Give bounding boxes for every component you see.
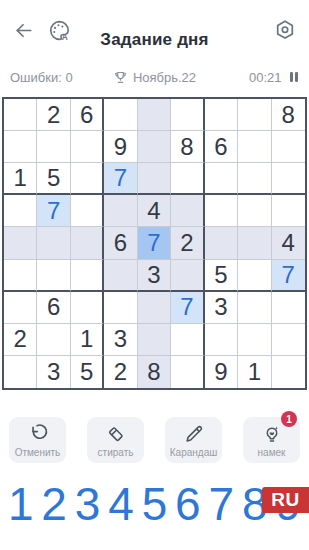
sudoku-cell-r5c7[interactable]: [205, 227, 238, 259]
ru-watermark: RU: [262, 487, 309, 513]
sudoku-cell-r9c8[interactable]: 1: [238, 356, 271, 388]
erase-button[interactable]: стирать: [87, 417, 144, 463]
eraser-icon: [105, 423, 127, 445]
sudoku-cell-r4c2[interactable]: 7: [37, 195, 70, 227]
sudoku-cell-r1c8[interactable]: [238, 99, 271, 131]
timer-value: 00:21: [249, 70, 282, 85]
undo-icon: [27, 423, 49, 445]
sudoku-cell-r9c1[interactable]: [4, 356, 37, 388]
sudoku-cell-r1c3[interactable]: 6: [71, 99, 104, 131]
sudoku-cell-r6c8[interactable]: [238, 260, 271, 292]
sudoku-cell-r6c2[interactable]: [37, 260, 70, 292]
sudoku-cell-r5c9[interactable]: 4: [272, 227, 305, 259]
sudoku-cell-r8c6[interactable]: [171, 324, 204, 356]
sudoku-cell-r8c8[interactable]: [238, 324, 271, 356]
hint-bulb-icon: [261, 423, 283, 445]
pencil-icon: [183, 423, 205, 445]
sudoku-cell-r1c5[interactable]: [138, 99, 171, 131]
sudoku-cell-r4c6[interactable]: [171, 195, 204, 227]
sudoku-cell-r1c1[interactable]: [4, 99, 37, 131]
sudoku-cell-r7c5[interactable]: [138, 292, 171, 324]
sudoku-cell-r4c8[interactable]: [238, 195, 271, 227]
sudoku-cell-r8c3[interactable]: 1: [71, 324, 104, 356]
sudoku-cell-r7c7[interactable]: 3: [205, 292, 238, 324]
pause-icon: [295, 72, 298, 82]
sudoku-cell-r2c3[interactable]: [71, 131, 104, 163]
sudoku-cell-r9c3[interactable]: 5: [71, 356, 104, 388]
sudoku-cell-r4c5[interactable]: 4: [138, 195, 171, 227]
sudoku-cell-r9c4[interactable]: 2: [104, 356, 137, 388]
sudoku-cell-r9c2[interactable]: 3: [37, 356, 70, 388]
sudoku-cell-r6c3[interactable]: [71, 260, 104, 292]
sudoku-cell-r1c7[interactable]: [205, 99, 238, 131]
sudoku-cell-r6c5[interactable]: 3: [138, 260, 171, 292]
sudoku-cell-r5c1[interactable]: [4, 227, 37, 259]
sudoku-cell-r4c9[interactable]: [272, 195, 305, 227]
sudoku-cell-r2c1[interactable]: [4, 131, 37, 163]
sudoku-cell-r3c3[interactable]: [71, 163, 104, 195]
settings-nut-icon: [273, 18, 297, 42]
sudoku-cell-r9c5[interactable]: 8: [138, 356, 171, 388]
sudoku-cell-r3c6[interactable]: [171, 163, 204, 195]
sudoku-cell-r4c1[interactable]: [4, 195, 37, 227]
numpad-digit-4[interactable]: 4: [104, 476, 137, 532]
numpad-digit-2[interactable]: 2: [37, 476, 70, 532]
timer-group: 00:21: [249, 70, 300, 85]
sudoku-cell-r2c9[interactable]: [272, 131, 305, 163]
sudoku-cell-r3c8[interactable]: [238, 163, 271, 195]
sudoku-cell-r1c4[interactable]: [104, 99, 137, 131]
sudoku-cell-r1c9[interactable]: 8: [272, 99, 305, 131]
sudoku-cell-r8c5[interactable]: [138, 324, 171, 356]
numpad-digit-1[interactable]: 1: [4, 476, 37, 532]
sudoku-cell-r1c2[interactable]: 2: [37, 99, 70, 131]
pause-button[interactable]: [288, 70, 301, 84]
hint-badge: 1: [281, 411, 297, 427]
sudoku-cell-r4c3[interactable]: [71, 195, 104, 227]
sudoku-cell-r7c1[interactable]: [4, 292, 37, 324]
toolbar: Отменить стирать Карандаш 1: [0, 417, 309, 463]
pause-icon: [290, 72, 293, 82]
pencil-button[interactable]: Карандаш: [165, 417, 222, 463]
sudoku-board: 268986157746724357673213352891: [2, 97, 307, 390]
sudoku-cell-r5c6[interactable]: 2: [171, 227, 204, 259]
sudoku-cell-r8c2[interactable]: [37, 324, 70, 356]
sudoku-cell-r3c9[interactable]: [272, 163, 305, 195]
sudoku-cell-r6c9[interactable]: 7: [272, 260, 305, 292]
sudoku-cell-r6c1[interactable]: [4, 260, 37, 292]
sudoku-cell-r4c7[interactable]: [205, 195, 238, 227]
sudoku-cell-r5c3[interactable]: [71, 227, 104, 259]
sudoku-cell-r9c9[interactable]: [272, 356, 305, 388]
sudoku-cell-r7c3[interactable]: [71, 292, 104, 324]
sudoku-cell-r7c9[interactable]: [272, 292, 305, 324]
sudoku-cell-r2c2[interactable]: [37, 131, 70, 163]
sudoku-cell-r5c2[interactable]: [37, 227, 70, 259]
undo-label: Отменить: [15, 448, 61, 458]
sudoku-cell-r5c4[interactable]: 6: [104, 227, 137, 259]
sudoku-cell-r2c5[interactable]: [138, 131, 171, 163]
sudoku-app-screen: A Задание дня Ошибки: 0 Ноябрь.22 00:21: [0, 0, 309, 550]
sudoku-cell-r9c7[interactable]: 9: [205, 356, 238, 388]
erase-label: стирать: [98, 448, 134, 458]
sudoku-cell-r7c4[interactable]: [104, 292, 137, 324]
sudoku-cell-r8c1[interactable]: 2: [4, 324, 37, 356]
sudoku-cell-r3c2[interactable]: 5: [37, 163, 70, 195]
sudoku-cell-r6c7[interactable]: 5: [205, 260, 238, 292]
sudoku-cell-r1c6[interactable]: [171, 99, 204, 131]
numpad-digit-7[interactable]: 7: [205, 476, 238, 532]
status-bar: Ошибки: 0 Ноябрь.22 00:21: [0, 64, 309, 90]
date-label: Ноябрь.22: [133, 70, 196, 85]
sudoku-cell-r8c9[interactable]: [272, 324, 305, 356]
hint-button[interactable]: 1 намек: [243, 417, 300, 463]
sudoku-cell-r7c2[interactable]: 6: [37, 292, 70, 324]
sudoku-cell-r7c8[interactable]: [238, 292, 271, 324]
settings-button[interactable]: [272, 17, 298, 43]
sudoku-cell-r5c5[interactable]: 7: [138, 227, 171, 259]
sudoku-cell-r2c6[interactable]: 8: [171, 131, 204, 163]
sudoku-cell-r8c4[interactable]: 3: [104, 324, 137, 356]
sudoku-cell-r2c4[interactable]: 9: [104, 131, 137, 163]
sudoku-cell-r3c4[interactable]: 7: [104, 163, 137, 195]
sudoku-cell-r9c6[interactable]: [171, 356, 204, 388]
sudoku-cell-r3c7[interactable]: [205, 163, 238, 195]
trophy-icon: [113, 70, 128, 85]
sudoku-cell-r6c4[interactable]: [104, 260, 137, 292]
sudoku-cell-r3c5[interactable]: [138, 163, 171, 195]
pencil-label: Карандаш: [170, 448, 217, 458]
sudoku-cell-r2c7[interactable]: 6: [205, 131, 238, 163]
page-title: Задание дня: [0, 11, 309, 69]
numpad-digit-6[interactable]: 6: [171, 476, 204, 532]
numpad-digit-5[interactable]: 5: [138, 476, 171, 532]
sudoku-cell-r3c1[interactable]: 1: [4, 163, 37, 195]
numpad-digit-3[interactable]: 3: [71, 476, 104, 532]
undo-button[interactable]: Отменить: [9, 417, 66, 463]
sudoku-cell-r7c6[interactable]: 7: [171, 292, 204, 324]
sudoku-cell-r6c6[interactable]: [171, 260, 204, 292]
sudoku-cell-r8c7[interactable]: [205, 324, 238, 356]
top-bar: A Задание дня: [0, 0, 309, 58]
sudoku-cell-r2c8[interactable]: [238, 131, 271, 163]
sudoku-cell-r4c4[interactable]: [104, 195, 137, 227]
sudoku-cell-r5c8[interactable]: [238, 227, 271, 259]
hint-label: намек: [258, 448, 286, 458]
